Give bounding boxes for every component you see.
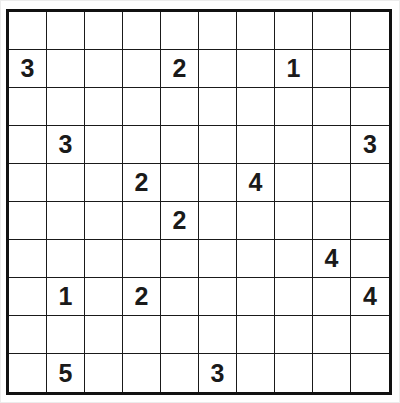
cell-r7c2[interactable] (47, 240, 85, 278)
cell-r1c10[interactable] (351, 12, 389, 50)
cell-r1c8[interactable] (275, 12, 313, 50)
clue-number: 5 (59, 361, 73, 386)
cell-r1c9[interactable] (313, 12, 351, 50)
cell-r4c9[interactable] (313, 126, 351, 164)
cell-r6c8[interactable] (275, 202, 313, 240)
clue-cell-r6c5[interactable]: 2 (161, 202, 199, 240)
cell-r10c9[interactable] (313, 354, 351, 392)
cell-r9c7[interactable] (237, 316, 275, 354)
cell-r5c6[interactable] (199, 164, 237, 202)
cell-r1c2[interactable] (47, 12, 85, 50)
cell-r10c1[interactable] (9, 354, 47, 392)
cell-r1c3[interactable] (85, 12, 123, 50)
cell-r8c6[interactable] (199, 278, 237, 316)
clue-number: 2 (135, 284, 149, 309)
cell-r3c9[interactable] (313, 88, 351, 126)
cell-r4c8[interactable] (275, 126, 313, 164)
clue-cell-r10c6[interactable]: 3 (199, 354, 237, 392)
cell-r5c8[interactable] (275, 164, 313, 202)
cell-r10c5[interactable] (161, 354, 199, 392)
clue-number: 3 (21, 56, 35, 81)
clue-number: 1 (287, 56, 301, 81)
clue-cell-r8c4[interactable]: 2 (123, 278, 161, 316)
cell-r5c2[interactable] (47, 164, 85, 202)
cell-r6c10[interactable] (351, 202, 389, 240)
clue-cell-r2c1[interactable]: 3 (9, 50, 47, 88)
cell-r3c2[interactable] (47, 88, 85, 126)
cell-r6c7[interactable] (237, 202, 275, 240)
cell-r7c6[interactable] (199, 240, 237, 278)
cell-r6c2[interactable] (47, 202, 85, 240)
cell-r10c3[interactable] (85, 354, 123, 392)
clue-cell-r8c10[interactable]: 4 (351, 278, 389, 316)
cell-r3c4[interactable] (123, 88, 161, 126)
clue-number: 2 (135, 170, 149, 195)
cell-r5c5[interactable] (161, 164, 199, 202)
cell-r4c5[interactable] (161, 126, 199, 164)
clue-number: 4 (325, 246, 339, 271)
cell-r5c9[interactable] (313, 164, 351, 202)
cell-r3c6[interactable] (199, 88, 237, 126)
cell-r7c5[interactable] (161, 240, 199, 278)
cell-r3c5[interactable] (161, 88, 199, 126)
puzzle-screen: 32133242412453 (0, 0, 400, 403)
cell-r3c10[interactable] (351, 88, 389, 126)
cell-r3c3[interactable] (85, 88, 123, 126)
cell-r4c6[interactable] (199, 126, 237, 164)
cell-r9c3[interactable] (85, 316, 123, 354)
puzzle-grid: 32133242412453 (6, 9, 392, 395)
clue-cell-r4c2[interactable]: 3 (47, 126, 85, 164)
clue-number: 3 (211, 361, 225, 386)
cell-r6c3[interactable] (85, 202, 123, 240)
clue-number: 2 (173, 208, 187, 233)
cell-r4c1[interactable] (9, 126, 47, 164)
clue-number: 2 (173, 56, 187, 81)
cell-r4c7[interactable] (237, 126, 275, 164)
cell-r2c6[interactable] (199, 50, 237, 88)
cell-r1c7[interactable] (237, 12, 275, 50)
cell-r9c2[interactable] (47, 316, 85, 354)
cell-r10c10[interactable] (351, 354, 389, 392)
cell-r3c1[interactable] (9, 88, 47, 126)
cell-r10c7[interactable] (237, 354, 275, 392)
cell-r4c3[interactable] (85, 126, 123, 164)
cell-r7c7[interactable] (237, 240, 275, 278)
cell-r7c3[interactable] (85, 240, 123, 278)
cell-r10c4[interactable] (123, 354, 161, 392)
cell-r9c1[interactable] (9, 316, 47, 354)
cell-r2c10[interactable] (351, 50, 389, 88)
cell-r8c3[interactable] (85, 278, 123, 316)
cell-r4c4[interactable] (123, 126, 161, 164)
cell-r2c4[interactable] (123, 50, 161, 88)
cell-r1c4[interactable] (123, 12, 161, 50)
cell-r9c9[interactable] (313, 316, 351, 354)
cell-r8c9[interactable] (313, 278, 351, 316)
clue-number: 4 (249, 170, 263, 195)
cell-r8c8[interactable] (275, 278, 313, 316)
clue-number: 3 (59, 132, 73, 157)
clue-cell-r2c5[interactable]: 2 (161, 50, 199, 88)
cell-r1c5[interactable] (161, 12, 199, 50)
cell-r7c10[interactable] (351, 240, 389, 278)
cell-r6c1[interactable] (9, 202, 47, 240)
cell-r6c6[interactable] (199, 202, 237, 240)
cell-r2c2[interactable] (47, 50, 85, 88)
cell-r7c8[interactable] (275, 240, 313, 278)
cell-r3c8[interactable] (275, 88, 313, 126)
cell-r5c3[interactable] (85, 164, 123, 202)
clue-number: 1 (59, 284, 73, 309)
cell-r9c4[interactable] (123, 316, 161, 354)
clue-cell-r8c2[interactable]: 1 (47, 278, 85, 316)
clue-number: 4 (363, 284, 377, 309)
cell-r2c3[interactable] (85, 50, 123, 88)
cell-r2c9[interactable] (313, 50, 351, 88)
cell-r1c1[interactable] (9, 12, 47, 50)
clue-cell-r5c7[interactable]: 4 (237, 164, 275, 202)
clue-cell-r4c10[interactable]: 3 (351, 126, 389, 164)
cell-r9c5[interactable] (161, 316, 199, 354)
cell-r8c5[interactable] (161, 278, 199, 316)
cell-r2c7[interactable] (237, 50, 275, 88)
cell-r6c4[interactable] (123, 202, 161, 240)
cell-r8c7[interactable] (237, 278, 275, 316)
cell-r9c10[interactable] (351, 316, 389, 354)
cell-r6c9[interactable] (313, 202, 351, 240)
cell-r10c8[interactable] (275, 354, 313, 392)
clue-cell-r2c8[interactable]: 1 (275, 50, 313, 88)
cell-r7c4[interactable] (123, 240, 161, 278)
clue-number: 3 (363, 132, 377, 157)
clue-cell-r10c2[interactable]: 5 (47, 354, 85, 392)
cell-r9c8[interactable] (275, 316, 313, 354)
clue-cell-r5c4[interactable]: 2 (123, 164, 161, 202)
cell-r1c6[interactable] (199, 12, 237, 50)
cell-r5c1[interactable] (9, 164, 47, 202)
clue-cell-r7c9[interactable]: 4 (313, 240, 351, 278)
cell-r9c6[interactable] (199, 316, 237, 354)
cell-r8c1[interactable] (9, 278, 47, 316)
cell-r3c7[interactable] (237, 88, 275, 126)
cell-r7c1[interactable] (9, 240, 47, 278)
cell-r5c10[interactable] (351, 164, 389, 202)
